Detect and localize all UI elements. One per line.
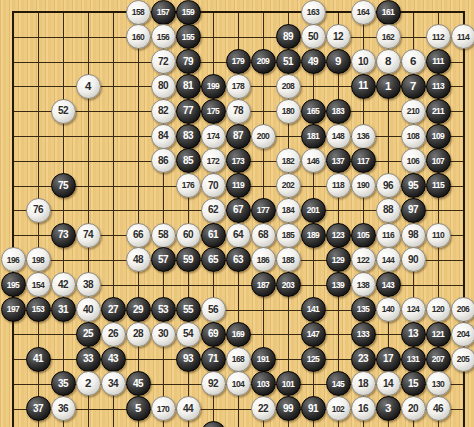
stone-178: 178 xyxy=(226,74,251,99)
stone-123: 123 xyxy=(326,223,351,248)
stone-40: 40 xyxy=(76,297,101,322)
stone-116: 116 xyxy=(376,223,401,248)
stone-23: 23 xyxy=(351,347,376,372)
stone-85: 85 xyxy=(176,148,201,173)
stone-82: 82 xyxy=(151,99,176,124)
stone-125: 125 xyxy=(301,347,326,372)
stone-95: 95 xyxy=(401,173,426,198)
stone-102: 102 xyxy=(326,396,351,421)
stone-190: 190 xyxy=(351,173,376,198)
stone-96: 96 xyxy=(376,173,401,198)
stone-153: 153 xyxy=(26,297,51,322)
stone-181: 181 xyxy=(301,124,326,149)
stone-195: 195 xyxy=(1,272,26,297)
stone-88: 88 xyxy=(376,198,401,223)
stone-65: 65 xyxy=(201,247,226,272)
stone-34: 34 xyxy=(101,371,126,396)
stone-16: 16 xyxy=(351,396,376,421)
stone-73: 73 xyxy=(51,223,76,248)
stone-196: 196 xyxy=(1,247,26,272)
stone-114: 114 xyxy=(451,24,474,49)
stone-118: 118 xyxy=(326,173,351,198)
stone-12: 12 xyxy=(326,24,351,49)
stone-161: 161 xyxy=(376,0,401,25)
stone-53: 53 xyxy=(151,297,176,322)
stone-97: 97 xyxy=(401,198,426,223)
stone-111: 111 xyxy=(426,49,451,74)
stone-78: 78 xyxy=(226,99,251,124)
stone-205: 205 xyxy=(451,347,474,372)
stone-50: 50 xyxy=(301,24,326,49)
stone-45: 45 xyxy=(126,371,151,396)
stone-185: 185 xyxy=(276,223,301,248)
stone-49: 49 xyxy=(301,49,326,74)
stone-4: 4 xyxy=(76,74,101,99)
stone-191: 191 xyxy=(251,347,276,372)
stone-59: 59 xyxy=(176,247,201,272)
stone-101: 101 xyxy=(276,371,301,396)
stone-136: 136 xyxy=(351,124,376,149)
stone-183: 183 xyxy=(326,99,351,124)
stone-58: 58 xyxy=(151,223,176,248)
stone-90: 90 xyxy=(401,247,426,272)
stone-133: 133 xyxy=(351,322,376,347)
stone-202: 202 xyxy=(276,173,301,198)
stone-158: 158 xyxy=(126,0,151,25)
stone-201: 201 xyxy=(301,198,326,223)
stone-55: 55 xyxy=(176,297,201,322)
stone-207: 207 xyxy=(426,347,451,372)
stone-138: 138 xyxy=(351,272,376,297)
stone-148: 148 xyxy=(326,124,351,149)
stone-66: 66 xyxy=(126,223,151,248)
stone-83: 83 xyxy=(176,124,201,149)
stone-89: 89 xyxy=(276,24,301,49)
go-board[interactable]: 1581571591631641611601561558950121621121… xyxy=(0,0,474,427)
stone-143: 143 xyxy=(376,272,401,297)
stone-159: 159 xyxy=(176,0,201,25)
stone-119: 119 xyxy=(226,173,251,198)
stone-107: 107 xyxy=(426,148,451,173)
stone-173: 173 xyxy=(226,148,251,173)
stone-48: 48 xyxy=(126,247,151,272)
stone-6: 6 xyxy=(401,49,426,74)
stone-188: 188 xyxy=(276,247,301,272)
stone-38: 38 xyxy=(76,272,101,297)
stone-87: 87 xyxy=(226,124,251,149)
stone-189: 189 xyxy=(301,223,326,248)
stone-84: 84 xyxy=(151,124,176,149)
stone-86: 86 xyxy=(151,148,176,173)
stone-64: 64 xyxy=(226,223,251,248)
stone-106: 106 xyxy=(401,148,426,173)
stone-204: 204 xyxy=(451,322,474,347)
stone-165: 165 xyxy=(301,99,326,124)
stone-10: 10 xyxy=(351,49,376,74)
stone-37: 37 xyxy=(26,396,51,421)
stone-137: 137 xyxy=(326,148,351,173)
stone-3: 3 xyxy=(376,396,401,421)
stone-unknown xyxy=(201,421,226,427)
stone-180: 180 xyxy=(276,99,301,124)
stone-197: 197 xyxy=(1,297,26,322)
stone-141: 141 xyxy=(301,297,326,322)
stone-44: 44 xyxy=(176,396,201,421)
stone-54: 54 xyxy=(176,322,201,347)
stone-7: 7 xyxy=(401,74,426,99)
stone-29: 29 xyxy=(126,297,151,322)
stone-62: 62 xyxy=(201,198,226,223)
stone-8: 8 xyxy=(376,49,401,74)
stones-layer: 1581571591631641611601561558950121621121… xyxy=(1,0,474,427)
stone-120: 120 xyxy=(426,297,451,322)
stone-68: 68 xyxy=(251,223,276,248)
stone-182: 182 xyxy=(276,148,301,173)
stone-157: 157 xyxy=(151,0,176,25)
stone-174: 174 xyxy=(201,124,226,149)
stone-198: 198 xyxy=(26,247,51,272)
stone-77: 77 xyxy=(176,99,201,124)
stone-108: 108 xyxy=(401,124,426,149)
stone-200: 200 xyxy=(251,124,276,149)
stone-31: 31 xyxy=(51,297,76,322)
stone-145: 145 xyxy=(326,371,351,396)
stone-175: 175 xyxy=(201,99,226,124)
stone-74: 74 xyxy=(76,223,101,248)
stone-81: 81 xyxy=(176,74,201,99)
stone-22: 22 xyxy=(251,396,276,421)
stone-117: 117 xyxy=(351,148,376,173)
stone-160: 160 xyxy=(126,24,151,49)
stone-104: 104 xyxy=(226,371,251,396)
stone-56: 56 xyxy=(201,297,226,322)
stone-199: 199 xyxy=(201,74,226,99)
stone-67: 67 xyxy=(226,198,251,223)
stone-164: 164 xyxy=(351,0,376,25)
stone-154: 154 xyxy=(26,272,51,297)
stone-156: 156 xyxy=(151,24,176,49)
stone-27: 27 xyxy=(101,297,126,322)
stone-208: 208 xyxy=(276,74,301,99)
stone-121: 121 xyxy=(426,322,451,347)
stone-113: 113 xyxy=(426,74,451,99)
stone-1: 1 xyxy=(376,74,401,99)
stone-17: 17 xyxy=(376,347,401,372)
stone-184: 184 xyxy=(276,198,301,223)
stone-130: 130 xyxy=(426,371,451,396)
stone-25: 25 xyxy=(76,322,101,347)
stone-33: 33 xyxy=(76,347,101,372)
stone-13: 13 xyxy=(401,322,426,347)
stone-122: 122 xyxy=(351,247,376,272)
stone-109: 109 xyxy=(426,124,451,149)
stone-169: 169 xyxy=(226,322,251,347)
stone-163: 163 xyxy=(301,0,326,25)
stone-115: 115 xyxy=(426,173,451,198)
stone-60: 60 xyxy=(176,223,201,248)
stone-15: 15 xyxy=(401,371,426,396)
stone-14: 14 xyxy=(376,371,401,396)
stone-168: 168 xyxy=(226,347,251,372)
stone-26: 26 xyxy=(101,322,126,347)
stone-140: 140 xyxy=(376,297,401,322)
stone-176: 176 xyxy=(176,173,201,198)
stone-43: 43 xyxy=(101,347,126,372)
stone-124: 124 xyxy=(401,297,426,322)
stone-206: 206 xyxy=(451,297,474,322)
stone-42: 42 xyxy=(51,272,76,297)
stone-51: 51 xyxy=(276,49,301,74)
stone-36: 36 xyxy=(51,396,76,421)
stone-98: 98 xyxy=(401,223,426,248)
stone-35: 35 xyxy=(51,371,76,396)
stone-187: 187 xyxy=(251,272,276,297)
stone-71: 71 xyxy=(201,347,226,372)
stone-105: 105 xyxy=(351,223,376,248)
stone-75: 75 xyxy=(51,173,76,198)
stone-112: 112 xyxy=(426,24,451,49)
stone-129: 129 xyxy=(326,247,351,272)
stone-170: 170 xyxy=(151,396,176,421)
stone-76: 76 xyxy=(26,198,51,223)
stone-203: 203 xyxy=(276,272,301,297)
stone-93: 93 xyxy=(176,347,201,372)
stone-172: 172 xyxy=(201,148,226,173)
stone-179: 179 xyxy=(226,49,251,74)
stone-99: 99 xyxy=(276,396,301,421)
stone-177: 177 xyxy=(251,198,276,223)
stone-20: 20 xyxy=(401,396,426,421)
stone-61: 61 xyxy=(201,223,226,248)
stone-5: 5 xyxy=(126,396,151,421)
stone-72: 72 xyxy=(151,49,176,74)
stone-210: 210 xyxy=(401,99,426,124)
stone-9: 9 xyxy=(326,49,351,74)
stone-110: 110 xyxy=(426,223,451,248)
stone-63: 63 xyxy=(226,247,251,272)
stone-80: 80 xyxy=(151,74,176,99)
stone-91: 91 xyxy=(301,396,326,421)
stone-92: 92 xyxy=(201,371,226,396)
stone-69: 69 xyxy=(201,322,226,347)
stone-70: 70 xyxy=(201,173,226,198)
stone-79: 79 xyxy=(176,49,201,74)
stone-147: 147 xyxy=(301,322,326,347)
stone-162: 162 xyxy=(376,24,401,49)
stone-41: 41 xyxy=(26,347,51,372)
stone-46: 46 xyxy=(426,396,451,421)
stone-30: 30 xyxy=(151,322,176,347)
stone-209: 209 xyxy=(251,49,276,74)
stone-211: 211 xyxy=(426,99,451,124)
stone-135: 135 xyxy=(351,297,376,322)
stone-146: 146 xyxy=(301,148,326,173)
stone-28: 28 xyxy=(126,322,151,347)
stone-52: 52 xyxy=(51,99,76,124)
stone-103: 103 xyxy=(251,371,276,396)
stone-2: 2 xyxy=(76,371,101,396)
stone-18: 18 xyxy=(351,371,376,396)
stone-139: 139 xyxy=(326,272,351,297)
stone-131: 131 xyxy=(401,347,426,372)
stone-186: 186 xyxy=(251,247,276,272)
stone-11: 11 xyxy=(351,74,376,99)
stone-57: 57 xyxy=(151,247,176,272)
stone-155: 155 xyxy=(176,24,201,49)
stone-144: 144 xyxy=(376,247,401,272)
